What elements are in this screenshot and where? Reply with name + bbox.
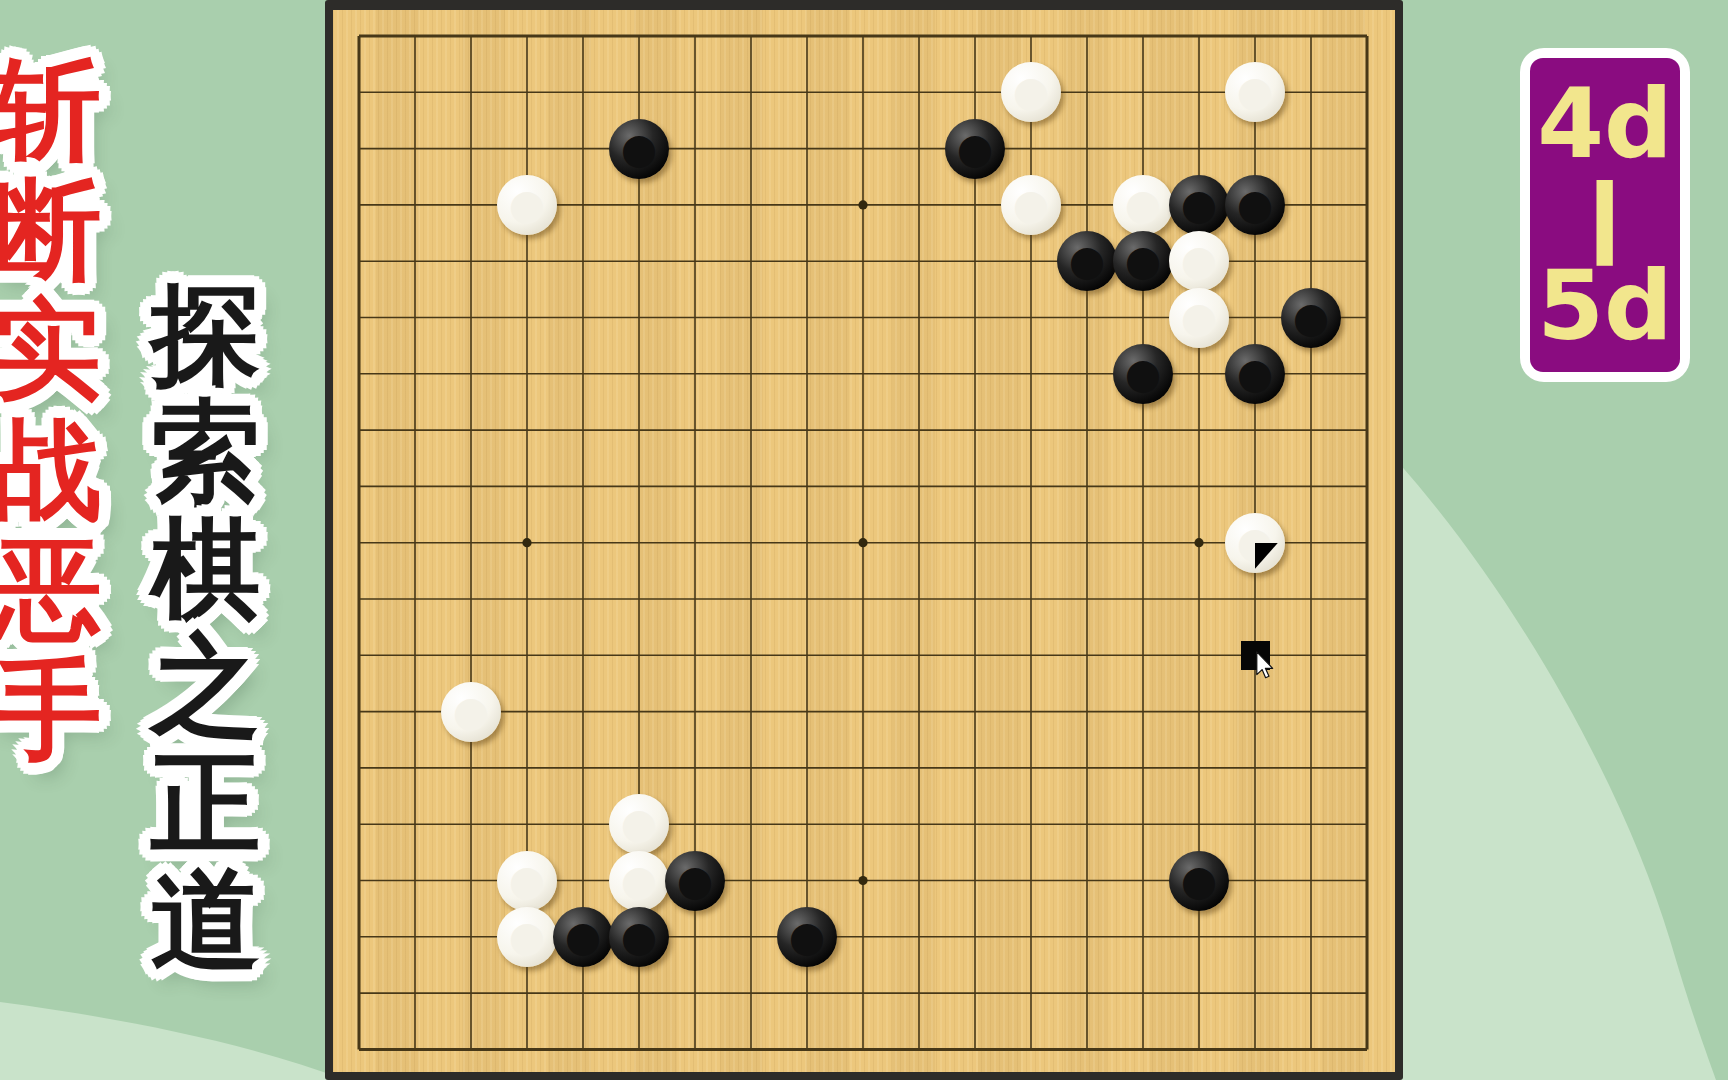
black-stone: ●: [1225, 175, 1285, 235]
white-stone: ●: [1169, 231, 1229, 291]
banner-character: 手: [0, 650, 102, 770]
stone-glyph: ●: [1237, 353, 1274, 395]
stone-glyph: ●: [453, 691, 490, 733]
rank-bottom-label: 5d: [1537, 259, 1673, 353]
banner-character: 道: [151, 861, 261, 978]
black-stone: ●: [1057, 231, 1117, 291]
rank-badge-inner: 4d | 5d: [1530, 58, 1680, 372]
stone-glyph: ●: [1237, 71, 1274, 113]
banner-black-column: 探索棋之正道: [118, 276, 293, 978]
stone-glyph: ●: [1013, 71, 1050, 113]
stone-glyph: ●: [509, 184, 546, 226]
black-stone: ●: [1113, 344, 1173, 404]
stone-glyph: ●: [565, 916, 602, 958]
black-stone: ●: [1225, 344, 1285, 404]
banner-character: 正: [151, 744, 261, 861]
black-stone: ●: [553, 907, 613, 967]
white-stone: ●: [1225, 513, 1285, 573]
stone-glyph: ●: [1237, 184, 1274, 226]
mouse-cursor-icon: [1256, 651, 1274, 679]
white-stone: ●: [441, 682, 501, 742]
rank-badge: 4d | 5d: [1520, 48, 1690, 382]
banner-character: 恶: [0, 530, 102, 650]
stone-glyph: ●: [1181, 297, 1218, 339]
black-stone: ●: [1281, 288, 1341, 348]
white-stone: ●: [1225, 62, 1285, 122]
banner-character: 棋: [151, 510, 261, 627]
stone-glyph: ●: [789, 916, 826, 958]
stone-glyph: ●: [1125, 184, 1162, 226]
black-stone: ●: [1169, 175, 1229, 235]
banner-red-column: 斩断实战恶手: [0, 50, 135, 770]
stone-glyph: ●: [1125, 353, 1162, 395]
stone-glyph: ●: [509, 860, 546, 902]
stone-glyph: ●: [621, 860, 658, 902]
stone-glyph: ●: [1293, 297, 1330, 339]
black-stone: ●: [609, 119, 669, 179]
stone-glyph: ●: [621, 916, 658, 958]
decor-arc-left: [0, 1002, 345, 1080]
white-stone: ●: [1001, 175, 1061, 235]
black-stone: ●: [777, 907, 837, 967]
stone-glyph: ●: [1181, 184, 1218, 226]
rank-top-label: 4d: [1537, 77, 1673, 171]
banner-character: 斩: [0, 50, 102, 170]
page: 斩断实战恶手 探索棋之正道 ●●●●●●●●●●●●●●●●●●●●●●●●●●…: [0, 0, 1728, 1080]
white-stone: ●: [1169, 288, 1229, 348]
white-stone: ●: [609, 851, 669, 911]
black-stone: ●: [609, 907, 669, 967]
stone-glyph: ●: [1069, 240, 1106, 282]
rank-separator: |: [1578, 173, 1631, 257]
stone-glyph: ●: [957, 128, 994, 170]
banner-character: 战: [0, 410, 102, 530]
stone-glyph: ●: [621, 128, 658, 170]
white-stone: ●: [497, 175, 557, 235]
stone-glyph: ●: [621, 803, 658, 845]
banner-character: 索: [151, 393, 261, 510]
banner-character: 实: [0, 290, 102, 410]
white-stone: ●: [1001, 62, 1061, 122]
banner-character: 断: [0, 170, 102, 290]
stones-layer: ●●●●●●●●●●●●●●●●●●●●●●●●●●●: [333, 10, 1395, 1072]
black-stone: ●: [945, 119, 1005, 179]
go-board[interactable]: ●●●●●●●●●●●●●●●●●●●●●●●●●●●: [325, 0, 1403, 1080]
white-stone: ●: [497, 907, 557, 967]
white-stone: ●: [609, 794, 669, 854]
stone-glyph: ●: [509, 916, 546, 958]
white-stone: ●: [1113, 175, 1173, 235]
black-stone: ●: [665, 851, 725, 911]
black-stone: ●: [1113, 231, 1173, 291]
stone-glyph: ●: [1125, 240, 1162, 282]
stone-glyph: ●: [1181, 240, 1218, 282]
decor-arc-right: [1398, 462, 1716, 1080]
banner-character: 探: [151, 276, 261, 393]
stone-glyph: ●: [677, 860, 714, 902]
banner-character: 之: [151, 627, 261, 744]
stone-glyph: ●: [1181, 860, 1218, 902]
stone-glyph: ●: [1013, 184, 1050, 226]
black-stone: ●: [1169, 851, 1229, 911]
board-wood: ●●●●●●●●●●●●●●●●●●●●●●●●●●●: [333, 10, 1395, 1072]
white-stone: ●: [497, 851, 557, 911]
